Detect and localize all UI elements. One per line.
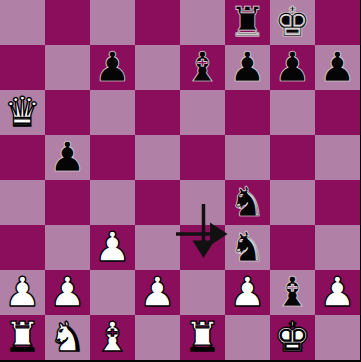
square-b7[interactable]	[45, 45, 90, 90]
black-pawn-c7[interactable]: ♟	[94, 45, 131, 90]
square-h1[interactable]	[315, 315, 360, 360]
square-f4[interactable]: ♞	[225, 180, 270, 225]
square-g3[interactable]	[270, 225, 315, 270]
square-e3[interactable]	[180, 225, 225, 270]
square-g2[interactable]: ♝	[270, 270, 315, 315]
square-h4[interactable]	[315, 180, 360, 225]
chess-board: ♜♚♟♝♟♟♟♛♟♞♟♞♟♟♟♟♝♟♜♞♝♜♚	[0, 0, 360, 360]
square-b4[interactable]	[45, 180, 90, 225]
square-a6[interactable]: ♛	[0, 90, 45, 135]
square-d2[interactable]: ♟	[135, 270, 180, 315]
square-h5[interactable]	[315, 135, 360, 180]
square-b5[interactable]: ♟	[45, 135, 90, 180]
square-h6[interactable]	[315, 90, 360, 135]
square-f3[interactable]: ♞	[225, 225, 270, 270]
square-h8[interactable]	[315, 0, 360, 45]
white-rook-e1[interactable]: ♜	[184, 315, 221, 360]
square-g1[interactable]: ♚	[270, 315, 315, 360]
square-c7[interactable]: ♟	[90, 45, 135, 90]
square-e1[interactable]: ♜	[180, 315, 225, 360]
white-bishop-c1[interactable]: ♝	[94, 315, 131, 360]
white-pawn-d2[interactable]: ♟	[139, 270, 176, 315]
square-f2[interactable]: ♟	[225, 270, 270, 315]
black-rook-f8[interactable]: ♜	[229, 0, 266, 45]
square-b3[interactable]	[45, 225, 90, 270]
square-e4[interactable]	[180, 180, 225, 225]
square-d1[interactable]	[135, 315, 180, 360]
square-e8[interactable]	[180, 0, 225, 45]
square-b2[interactable]: ♟	[45, 270, 90, 315]
square-d5[interactable]	[135, 135, 180, 180]
square-d7[interactable]	[135, 45, 180, 90]
square-f1[interactable]	[225, 315, 270, 360]
square-c5[interactable]	[90, 135, 135, 180]
square-e6[interactable]	[180, 90, 225, 135]
white-pawn-c3[interactable]: ♟	[94, 225, 131, 270]
square-d6[interactable]	[135, 90, 180, 135]
square-a3[interactable]	[0, 225, 45, 270]
square-a4[interactable]	[0, 180, 45, 225]
square-f7[interactable]: ♟	[225, 45, 270, 90]
square-b1[interactable]: ♞	[45, 315, 90, 360]
square-a8[interactable]	[0, 0, 45, 45]
square-a7[interactable]	[0, 45, 45, 90]
white-king-g1[interactable]: ♚	[274, 315, 311, 360]
square-c6[interactable]	[90, 90, 135, 135]
square-a1[interactable]: ♜	[0, 315, 45, 360]
white-rook-a1[interactable]: ♜	[4, 315, 41, 360]
white-pawn-b2[interactable]: ♟	[49, 270, 86, 315]
square-h3[interactable]	[315, 225, 360, 270]
square-g4[interactable]	[270, 180, 315, 225]
square-c4[interactable]	[90, 180, 135, 225]
square-e5[interactable]	[180, 135, 225, 180]
square-b8[interactable]	[45, 0, 90, 45]
black-bishop-e7[interactable]: ♝	[184, 45, 221, 90]
square-c1[interactable]: ♝	[90, 315, 135, 360]
black-knight-f3[interactable]: ♞	[229, 225, 266, 270]
square-e7[interactable]: ♝	[180, 45, 225, 90]
black-pawn-g7[interactable]: ♟	[274, 45, 311, 90]
black-pawn-f7[interactable]: ♟	[229, 45, 266, 90]
white-knight-b1[interactable]: ♞	[49, 315, 86, 360]
chess-app-window: ♜♚♟♝♟♟♟♛♟♞♟♞♟♟♟♟♝♟♜♞♝♜♚	[0, 0, 361, 362]
square-d4[interactable]	[135, 180, 180, 225]
black-knight-f4[interactable]: ♞	[229, 180, 266, 225]
square-g8[interactable]: ♚	[270, 0, 315, 45]
square-d3[interactable]	[135, 225, 180, 270]
square-e2[interactable]	[180, 270, 225, 315]
square-f8[interactable]: ♜	[225, 0, 270, 45]
square-a2[interactable]: ♟	[0, 270, 45, 315]
square-f6[interactable]	[225, 90, 270, 135]
square-g6[interactable]	[270, 90, 315, 135]
black-bishop-g2[interactable]: ♝	[274, 270, 311, 315]
white-queen-a6[interactable]: ♛	[4, 90, 41, 135]
black-pawn-h7[interactable]: ♟	[319, 45, 356, 90]
square-g7[interactable]: ♟	[270, 45, 315, 90]
square-d8[interactable]	[135, 0, 180, 45]
white-pawn-f2[interactable]: ♟	[229, 270, 266, 315]
square-f5[interactable]	[225, 135, 270, 180]
square-c2[interactable]	[90, 270, 135, 315]
white-pawn-h2[interactable]: ♟	[319, 270, 356, 315]
white-pawn-a2[interactable]: ♟	[4, 270, 41, 315]
square-h7[interactable]: ♟	[315, 45, 360, 90]
square-c8[interactable]	[90, 0, 135, 45]
square-a5[interactable]	[0, 135, 45, 180]
black-pawn-b5[interactable]: ♟	[49, 135, 86, 180]
square-g5[interactable]	[270, 135, 315, 180]
square-h2[interactable]: ♟	[315, 270, 360, 315]
square-c3[interactable]: ♟	[90, 225, 135, 270]
square-b6[interactable]	[45, 90, 90, 135]
black-king-g8[interactable]: ♚	[274, 0, 311, 45]
